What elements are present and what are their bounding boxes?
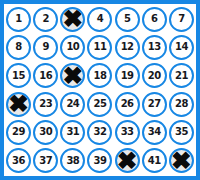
- number-14[interactable]: 14: [169, 35, 194, 60]
- number-20[interactable]: 20: [142, 63, 167, 88]
- grid-cell-24: 24: [59, 90, 86, 118]
- grid-cell-10: 10: [59, 33, 86, 61]
- grid-cell-35: 35: [168, 118, 195, 146]
- grid-cell-2: 2: [32, 5, 59, 33]
- grid-cell-9: 9: [32, 33, 59, 61]
- grid-cell-13: 13: [141, 33, 168, 61]
- grid-cell-38: 38: [59, 147, 86, 175]
- grid-cell-12: 12: [114, 33, 141, 61]
- number-label: 19: [121, 71, 134, 81]
- number-label: 20: [148, 71, 161, 81]
- number-label: 2: [42, 14, 48, 24]
- grid-cell-6: 6: [141, 5, 168, 33]
- number-label: 11: [94, 42, 107, 52]
- grid-cell-37: 37: [32, 147, 59, 175]
- grid-cell-28: 28: [168, 90, 195, 118]
- grid-cell-22: ✖: [5, 90, 32, 118]
- grid-cell-30: 30: [32, 118, 59, 146]
- number-36[interactable]: 36: [6, 148, 31, 173]
- number-label: 6: [151, 14, 157, 24]
- grid-cell-17: ✖: [59, 62, 86, 90]
- crossed-number-42[interactable]: ✖: [169, 148, 194, 173]
- number-35[interactable]: 35: [169, 120, 194, 145]
- cross-icon: ✖: [9, 92, 29, 116]
- number-37[interactable]: 37: [33, 148, 58, 173]
- number-21[interactable]: 21: [169, 63, 194, 88]
- number-label: 16: [39, 71, 52, 81]
- number-label: 18: [94, 71, 107, 81]
- number-label: 23: [39, 99, 52, 109]
- number-label: 39: [94, 156, 107, 166]
- grid-cell-23: 23: [32, 90, 59, 118]
- number-board: 12✖45678910111213141516✖18192021✖2324252…: [0, 0, 200, 180]
- number-30[interactable]: 30: [33, 120, 58, 145]
- number-6[interactable]: 6: [142, 7, 167, 32]
- number-label: 15: [12, 71, 25, 81]
- grid-cell-34: 34: [141, 118, 168, 146]
- number-24[interactable]: 24: [60, 92, 85, 117]
- grid-cell-26: 26: [114, 90, 141, 118]
- grid-cell-4: 4: [86, 5, 113, 33]
- number-label: 4: [97, 14, 103, 24]
- grid-cell-8: 8: [5, 33, 32, 61]
- number-label: 8: [15, 42, 21, 52]
- crossed-number-40[interactable]: ✖: [115, 148, 140, 173]
- number-label: 9: [42, 42, 48, 52]
- number-18[interactable]: 18: [87, 63, 112, 88]
- grid-cell-14: 14: [168, 33, 195, 61]
- number-32[interactable]: 32: [87, 120, 112, 145]
- grid-cell-32: 32: [86, 118, 113, 146]
- number-31[interactable]: 31: [60, 120, 85, 145]
- number-label: 21: [175, 71, 188, 81]
- grid-cell-15: 15: [5, 62, 32, 90]
- number-label: 37: [39, 156, 52, 166]
- number-label: 41: [148, 156, 161, 166]
- grid-cell-25: 25: [86, 90, 113, 118]
- number-5[interactable]: 5: [115, 7, 140, 32]
- number-label: 36: [12, 156, 25, 166]
- grid-cell-7: 7: [168, 5, 195, 33]
- cross-icon: ✖: [63, 63, 83, 87]
- crossed-number-17[interactable]: ✖: [60, 63, 85, 88]
- number-label: 26: [121, 99, 134, 109]
- grid-cell-3: ✖: [59, 5, 86, 33]
- number-27[interactable]: 27: [142, 92, 167, 117]
- number-label: 35: [175, 127, 188, 137]
- number-34[interactable]: 34: [142, 120, 167, 145]
- number-label: 30: [39, 127, 52, 137]
- number-label: 13: [148, 42, 161, 52]
- grid-cell-33: 33: [114, 118, 141, 146]
- number-label: 1: [15, 14, 21, 24]
- grid-cell-21: 21: [168, 62, 195, 90]
- number-13[interactable]: 13: [142, 35, 167, 60]
- cross-icon: ✖: [171, 148, 191, 172]
- grid-cell-27: 27: [141, 90, 168, 118]
- crossed-number-3[interactable]: ✖: [60, 7, 85, 32]
- number-label: 10: [66, 42, 79, 52]
- number-label: 38: [66, 156, 79, 166]
- number-28[interactable]: 28: [169, 92, 194, 117]
- number-label: 24: [66, 99, 79, 109]
- number-label: 28: [175, 99, 188, 109]
- number-label: 33: [121, 127, 134, 137]
- number-29[interactable]: 29: [6, 120, 31, 145]
- number-10[interactable]: 10: [60, 35, 85, 60]
- number-label: 12: [121, 42, 134, 52]
- number-2[interactable]: 2: [33, 7, 58, 32]
- number-16[interactable]: 16: [33, 63, 58, 88]
- grid-cell-11: 11: [86, 33, 113, 61]
- number-label: 25: [94, 99, 107, 109]
- grid-cell-5: 5: [114, 5, 141, 33]
- cross-icon: ✖: [63, 7, 83, 31]
- grid-cell-16: 16: [32, 62, 59, 90]
- number-15[interactable]: 15: [6, 63, 31, 88]
- number-grid: 12✖45678910111213141516✖18192021✖2324252…: [4, 4, 196, 176]
- grid-cell-19: 19: [114, 62, 141, 90]
- number-26[interactable]: 26: [115, 92, 140, 117]
- number-label: 14: [175, 42, 188, 52]
- grid-cell-36: 36: [5, 147, 32, 175]
- number-1[interactable]: 1: [6, 7, 31, 32]
- grid-cell-40: ✖: [114, 147, 141, 175]
- number-label: 31: [66, 127, 79, 137]
- number-41[interactable]: 41: [142, 148, 167, 173]
- number-label: 7: [178, 14, 184, 24]
- crossed-number-22[interactable]: ✖: [6, 92, 31, 117]
- grid-cell-41: 41: [141, 147, 168, 175]
- number-label: 27: [148, 99, 161, 109]
- number-25[interactable]: 25: [87, 92, 112, 117]
- number-33[interactable]: 33: [115, 120, 140, 145]
- number-19[interactable]: 19: [115, 63, 140, 88]
- number-7[interactable]: 7: [169, 7, 194, 32]
- cross-icon: ✖: [117, 148, 137, 172]
- number-11[interactable]: 11: [87, 35, 112, 60]
- number-12[interactable]: 12: [115, 35, 140, 60]
- number-label: 5: [124, 14, 130, 24]
- number-4[interactable]: 4: [87, 7, 112, 32]
- number-label: 29: [12, 127, 25, 137]
- grid-cell-31: 31: [59, 118, 86, 146]
- grid-cell-20: 20: [141, 62, 168, 90]
- grid-cell-39: 39: [86, 147, 113, 175]
- number-23[interactable]: 23: [33, 92, 58, 117]
- number-9[interactable]: 9: [33, 35, 58, 60]
- grid-cell-42: ✖: [168, 147, 195, 175]
- number-label: 32: [94, 127, 107, 137]
- grid-cell-18: 18: [86, 62, 113, 90]
- number-38[interactable]: 38: [60, 148, 85, 173]
- number-39[interactable]: 39: [87, 148, 112, 173]
- number-8[interactable]: 8: [6, 35, 31, 60]
- grid-cell-1: 1: [5, 5, 32, 33]
- grid-cell-29: 29: [5, 118, 32, 146]
- number-label: 34: [148, 127, 161, 137]
